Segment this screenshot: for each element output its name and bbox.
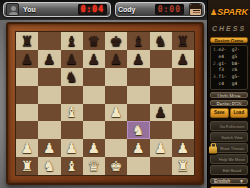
square-f3[interactable]: ♞ bbox=[127, 121, 149, 139]
square-c8[interactable]: ♝ bbox=[61, 32, 83, 50]
piece-black-rook[interactable]: ♜ bbox=[177, 34, 190, 48]
cody-clock: 0:00 bbox=[155, 4, 184, 15]
square-c7[interactable]: ♟ bbox=[61, 50, 83, 68]
square-f5[interactable] bbox=[127, 86, 149, 104]
language-dropdown[interactable]: English ▼ bbox=[210, 178, 248, 184]
square-a8[interactable]: ♜ bbox=[16, 32, 38, 50]
move-row-3: 3.f1-c4g5-g4 bbox=[213, 74, 245, 88]
square-d7[interactable]: ♟ bbox=[83, 50, 105, 68]
piece-black-pawn[interactable]: ♟ bbox=[43, 52, 56, 66]
piece-white-pawn[interactable]: ♟ bbox=[177, 141, 190, 155]
square-h6[interactable] bbox=[172, 68, 194, 86]
replay-pgn-button[interactable]: Replay PGN bbox=[210, 100, 248, 106]
square-e2[interactable] bbox=[105, 139, 127, 157]
square-b7[interactable]: ♟ bbox=[38, 50, 60, 68]
square-h4[interactable] bbox=[172, 104, 194, 122]
square-f4[interactable] bbox=[127, 104, 149, 122]
you-clock: 0:04 bbox=[78, 4, 107, 15]
square-g3[interactable] bbox=[150, 121, 172, 139]
piece-black-pawn[interactable]: ♟ bbox=[65, 52, 78, 66]
square-b2[interactable]: ♟ bbox=[38, 139, 60, 157]
square-a3[interactable] bbox=[16, 121, 38, 139]
piece-white-pawn[interactable]: ♟ bbox=[132, 141, 145, 155]
square-d5[interactable] bbox=[83, 86, 105, 104]
piece-white-pawn[interactable]: ♟ bbox=[110, 105, 123, 119]
square-d4[interactable] bbox=[83, 104, 105, 122]
locked-item-1[interactable]: Go Fullscreen bbox=[210, 121, 248, 131]
square-e6[interactable] bbox=[105, 68, 127, 86]
square-a6[interactable] bbox=[16, 68, 38, 86]
square-f7[interactable]: ♟ bbox=[127, 50, 149, 68]
piece-black-bishop[interactable]: ♝ bbox=[65, 34, 78, 48]
piece-white-bishop[interactable]: ♝ bbox=[65, 105, 78, 119]
square-g1[interactable] bbox=[150, 157, 172, 175]
square-a7[interactable]: ♟ bbox=[16, 50, 38, 68]
piece-white-pawn[interactable]: ♟ bbox=[21, 141, 34, 155]
square-f1[interactable] bbox=[127, 157, 149, 175]
load-button[interactable]: Load bbox=[230, 108, 249, 119]
square-e1[interactable]: ♚ bbox=[105, 157, 127, 175]
square-g8[interactable]: ♞ bbox=[150, 32, 172, 50]
logo-chess: CHESS bbox=[212, 25, 246, 32]
piece-white-knight[interactable]: ♞ bbox=[132, 123, 145, 137]
undo-move-button[interactable]: Undo Move bbox=[210, 92, 248, 98]
sidebar: ♟SPARK CHESS Resign Game 1.e2-e4g7-g52.g… bbox=[207, 0, 250, 188]
piece-white-rook[interactable]: ♜ bbox=[21, 159, 34, 173]
player-plaque-cody: Cody 0:00 bbox=[115, 2, 205, 17]
board-frame: ♜♝♛♚♝♞♜♟♟♟♟♟♟♟♞♝♟♟♞♟♟♟♟♟♟♟♜♞♝♛♚♜ bbox=[6, 22, 204, 185]
logo-spark: SPARK bbox=[217, 7, 248, 17]
square-h5[interactable] bbox=[172, 86, 194, 104]
piece-black-pawn[interactable]: ♟ bbox=[88, 52, 101, 66]
square-e4[interactable]: ♟ bbox=[105, 104, 127, 122]
square-g6[interactable] bbox=[150, 68, 172, 86]
piece-black-king[interactable]: ♚ bbox=[110, 34, 123, 48]
square-c5[interactable] bbox=[61, 86, 83, 104]
square-b3[interactable] bbox=[38, 121, 60, 139]
square-f8[interactable]: ♝ bbox=[127, 32, 149, 50]
you-name: You bbox=[21, 6, 78, 13]
piece-black-pawn[interactable]: ♟ bbox=[132, 52, 145, 66]
padlock-icon bbox=[209, 143, 217, 154]
resign-game-button[interactable]: Resign Game bbox=[210, 37, 248, 43]
chevron-down-icon: ▼ bbox=[239, 179, 244, 184]
square-b5[interactable] bbox=[38, 86, 60, 104]
square-a4[interactable] bbox=[16, 104, 38, 122]
cody-name: Cody bbox=[116, 6, 155, 13]
square-c3[interactable] bbox=[61, 121, 83, 139]
piece-black-pawn[interactable]: ♟ bbox=[21, 52, 34, 66]
square-b4[interactable] bbox=[38, 104, 60, 122]
square-a2[interactable]: ♟ bbox=[16, 139, 38, 157]
square-c6[interactable]: ♞ bbox=[61, 68, 83, 86]
save-load-row: Save Load bbox=[210, 107, 248, 120]
locked-item-5[interactable]: Edit Board bbox=[210, 165, 248, 175]
download-play-offline-button[interactable]: Download & Play Offline bbox=[210, 186, 248, 188]
piece-white-queen[interactable]: ♛ bbox=[88, 159, 101, 173]
square-d1[interactable]: ♛ bbox=[83, 157, 105, 175]
piece-black-bishop[interactable]: ♝ bbox=[132, 34, 145, 48]
square-g7[interactable] bbox=[150, 50, 172, 68]
square-e3[interactable] bbox=[105, 121, 127, 139]
square-h1[interactable]: ♜ bbox=[172, 157, 194, 175]
player-bar: You 0:04 Cody 0:00 bbox=[0, 0, 208, 20]
square-d2[interactable]: ♟ bbox=[83, 139, 105, 157]
square-b8[interactable] bbox=[38, 32, 60, 50]
square-a1[interactable]: ♜ bbox=[16, 157, 38, 175]
sparkchess-app: You 0:04 Cody 0:00 ♜♝♛♚♝♞♜♟♟♟♟♟♟♟♞♝♟♟♞♟♟… bbox=[0, 0, 250, 188]
piece-black-knight[interactable]: ♞ bbox=[154, 34, 167, 48]
save-button[interactable]: Save bbox=[210, 108, 229, 119]
piece-white-rook[interactable]: ♜ bbox=[177, 159, 190, 173]
piece-black-knight[interactable]: ♞ bbox=[65, 70, 78, 84]
square-f2[interactable]: ♟ bbox=[127, 139, 149, 157]
square-g5[interactable] bbox=[150, 86, 172, 104]
piece-black-pawn[interactable]: ♟ bbox=[177, 52, 190, 66]
square-h7[interactable]: ♟ bbox=[172, 50, 194, 68]
you-avatar bbox=[6, 3, 19, 16]
square-e5[interactable] bbox=[105, 86, 127, 104]
square-c1[interactable]: ♝ bbox=[61, 157, 83, 175]
square-d6[interactable] bbox=[83, 68, 105, 86]
piece-black-pawn[interactable]: ♟ bbox=[154, 105, 167, 119]
piece-white-pawn[interactable]: ♟ bbox=[43, 141, 56, 155]
cody-avatar bbox=[189, 3, 202, 16]
square-c2[interactable]: ♟ bbox=[61, 139, 83, 157]
piece-white-king[interactable]: ♚ bbox=[110, 159, 123, 173]
move-row-1: 1.e2-e4g7-g5 bbox=[213, 47, 245, 61]
locked-item-4[interactable]: Help Me Move bbox=[210, 154, 248, 164]
square-e8[interactable]: ♚ bbox=[105, 32, 127, 50]
square-b6[interactable] bbox=[38, 68, 60, 86]
move-list[interactable]: 1.e2-e4g7-g52.g1-f3b8-c63.f1-c4g5-g4 bbox=[210, 45, 248, 90]
piece-black-queen[interactable]: ♛ bbox=[88, 34, 101, 48]
piece-white-pawn[interactable]: ♟ bbox=[88, 141, 101, 155]
locked-item-2[interactable]: Switch View bbox=[210, 132, 248, 142]
locked-feature-group: Go FullscreenSwitch ViewShow ThreatsHelp… bbox=[210, 120, 248, 176]
square-h2[interactable]: ♟ bbox=[172, 139, 194, 157]
square-d8[interactable]: ♛ bbox=[83, 32, 105, 50]
square-b1[interactable]: ♞ bbox=[38, 157, 60, 175]
sparkchess-logo: ♟SPARK CHESS bbox=[210, 1, 248, 36]
square-f6[interactable] bbox=[127, 68, 149, 86]
square-c4[interactable]: ♝ bbox=[61, 104, 83, 122]
player-plaque-you: You 0:04 bbox=[3, 2, 111, 17]
piece-white-knight[interactable]: ♞ bbox=[43, 159, 56, 173]
chess-board[interactable]: ♜♝♛♚♝♞♜♟♟♟♟♟♟♟♞♝♟♟♞♟♟♟♟♟♟♟♜♞♝♛♚♜ bbox=[15, 31, 195, 176]
square-g2[interactable]: ♟ bbox=[150, 139, 172, 157]
square-a5[interactable] bbox=[16, 86, 38, 104]
piece-white-pawn[interactable]: ♟ bbox=[65, 141, 78, 155]
square-d3[interactable] bbox=[83, 121, 105, 139]
move-row-2: 2.g1-f3b8-c6 bbox=[213, 61, 245, 75]
square-g4[interactable]: ♟ bbox=[150, 104, 172, 122]
square-h3[interactable] bbox=[172, 121, 194, 139]
language-value: English bbox=[214, 179, 230, 184]
square-e7[interactable]: ♟ bbox=[105, 50, 127, 68]
piece-white-bishop[interactable]: ♝ bbox=[65, 159, 78, 173]
piece-white-pawn[interactable]: ♟ bbox=[154, 141, 167, 155]
piece-black-rook[interactable]: ♜ bbox=[21, 34, 34, 48]
piece-black-pawn[interactable]: ♟ bbox=[110, 52, 123, 66]
square-h8[interactable]: ♜ bbox=[172, 32, 194, 50]
